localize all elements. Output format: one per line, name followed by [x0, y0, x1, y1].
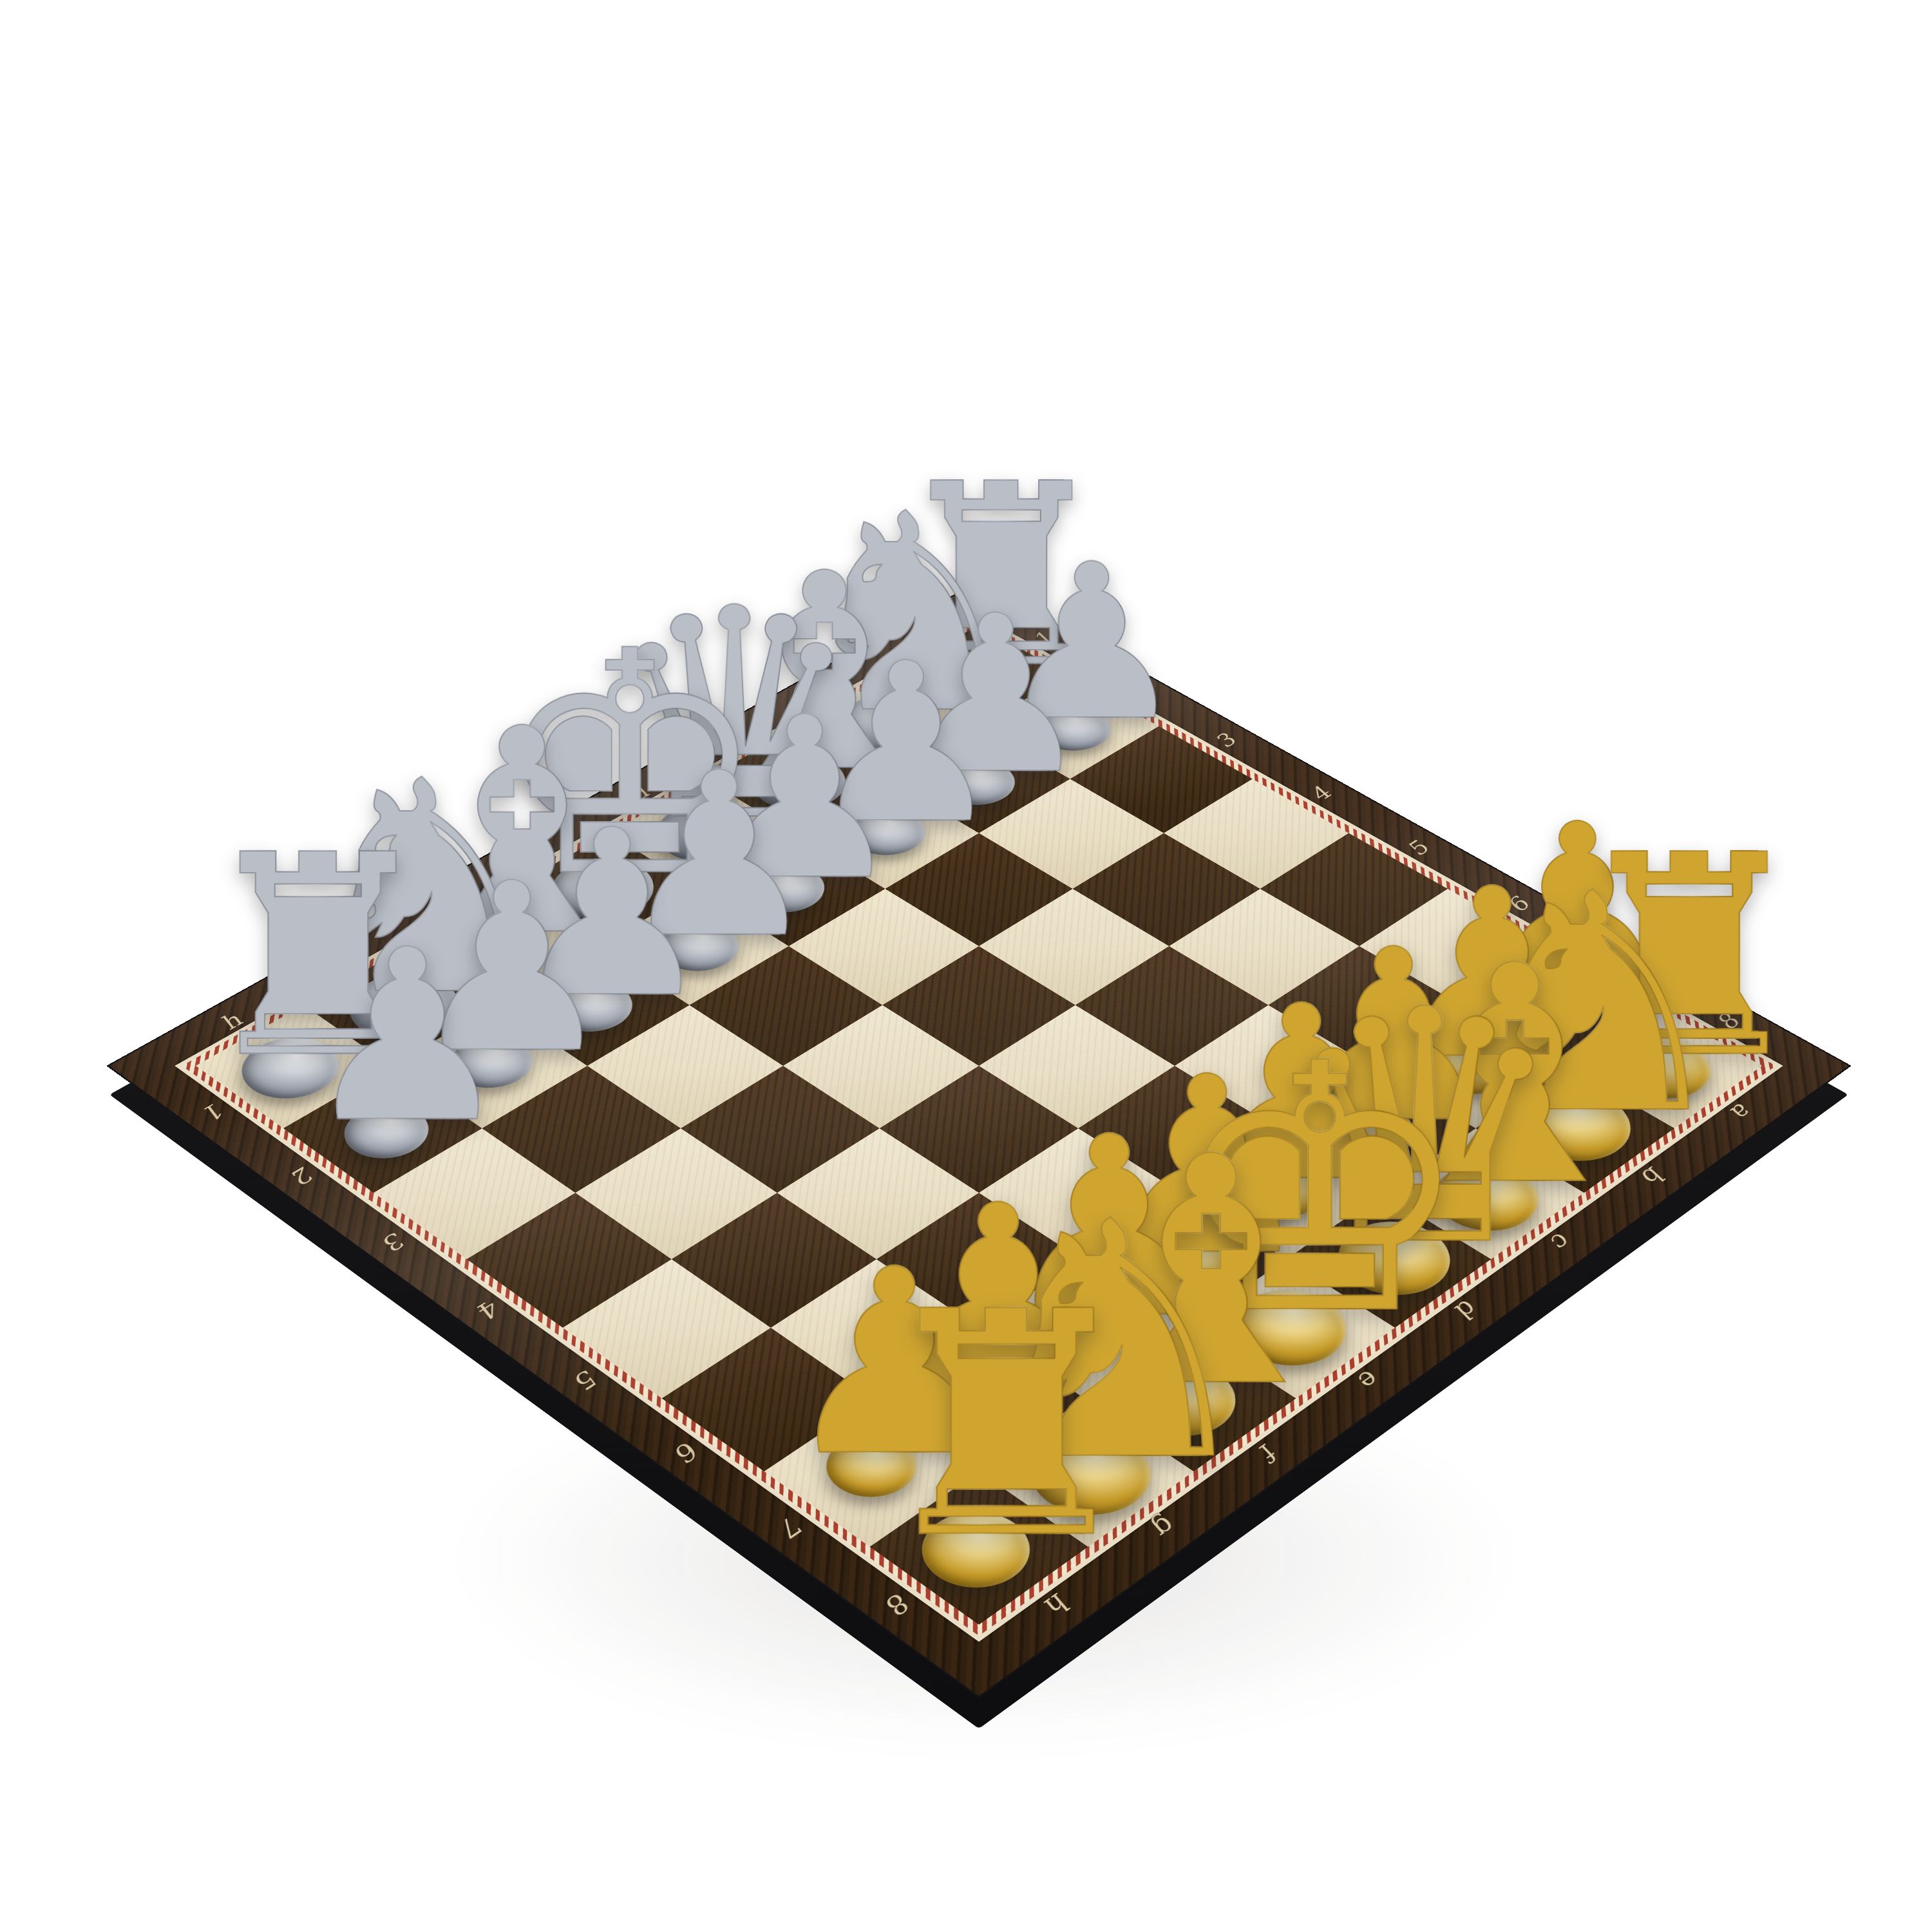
pawn-glyph: ♟: [301, 918, 471, 1155]
rook-glyph: ♜: [868, 1271, 1084, 1580]
product-photo-scene: aabbccddeeffgghh1122334455667788 ♜♟♞♟♝♟♛…: [0, 0, 1932, 1932]
